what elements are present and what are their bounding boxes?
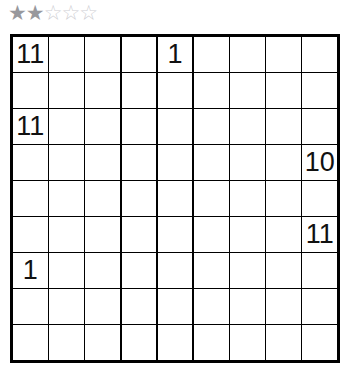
puzzle-page: ★★☆☆☆ 1111110111	[0, 0, 354, 378]
cell-r4c1[interactable]	[13, 145, 48, 180]
cell-r9c7[interactable]	[230, 325, 265, 360]
cell-r5c9[interactable]	[302, 181, 337, 216]
cell-r4c2[interactable]	[49, 145, 84, 180]
cell-r6c5[interactable]	[158, 217, 193, 252]
cell-r5c4[interactable]	[122, 181, 157, 216]
cell-r7c3[interactable]	[85, 253, 120, 288]
star-filled-icon: ★	[8, 3, 26, 24]
cell-r7c4[interactable]	[122, 253, 157, 288]
cell-r6c7[interactable]	[230, 217, 265, 252]
cell-r8c1[interactable]	[13, 289, 48, 324]
cell-r5c5[interactable]	[158, 181, 193, 216]
cell-r1c8[interactable]	[266, 37, 301, 72]
cell-r8c3[interactable]	[85, 289, 120, 324]
cell-r6c1[interactable]	[13, 217, 48, 252]
cell-r3c7[interactable]	[230, 109, 265, 144]
cell-r3c3[interactable]	[85, 109, 120, 144]
cell-r5c3[interactable]	[85, 181, 120, 216]
cell-r6c3[interactable]	[85, 217, 120, 252]
cell-r1c3[interactable]	[85, 37, 120, 72]
cell-r7c1[interactable]: 1	[13, 253, 48, 288]
star-empty-icon: ☆	[61, 3, 79, 24]
cell-r4c5[interactable]	[158, 145, 193, 180]
cell-r8c4[interactable]	[122, 289, 157, 324]
cell-r2c8[interactable]	[266, 73, 301, 108]
cell-r9c1[interactable]	[13, 325, 48, 360]
cell-r8c2[interactable]	[49, 289, 84, 324]
cell-r8c8[interactable]	[266, 289, 301, 324]
cell-r6c9[interactable]: 11	[302, 217, 337, 252]
cell-r2c1[interactable]	[13, 73, 48, 108]
cell-r6c2[interactable]	[49, 217, 84, 252]
cell-r7c6[interactable]	[194, 253, 229, 288]
cell-r2c5[interactable]	[158, 73, 193, 108]
cell-r1c4[interactable]	[122, 37, 157, 72]
cell-r5c1[interactable]	[13, 181, 48, 216]
cell-r3c2[interactable]	[49, 109, 84, 144]
cell-r4c6[interactable]	[194, 145, 229, 180]
cell-r8c5[interactable]	[158, 289, 193, 324]
cell-r9c4[interactable]	[122, 325, 157, 360]
cell-r8c6[interactable]	[194, 289, 229, 324]
cell-r4c9[interactable]: 10	[302, 145, 337, 180]
cell-r4c4[interactable]	[122, 145, 157, 180]
cell-r2c9[interactable]	[302, 73, 337, 108]
cell-r5c8[interactable]	[266, 181, 301, 216]
cell-r2c6[interactable]	[194, 73, 229, 108]
cell-r9c5[interactable]	[158, 325, 193, 360]
cell-r8c7[interactable]	[230, 289, 265, 324]
cell-r3c9[interactable]	[302, 109, 337, 144]
star-empty-icon: ☆	[44, 3, 62, 24]
cell-r1c5[interactable]: 1	[158, 37, 193, 72]
cell-r3c6[interactable]	[194, 109, 229, 144]
difficulty-stars: ★★☆☆☆	[8, 3, 97, 24]
cell-r6c8[interactable]	[266, 217, 301, 252]
cell-r3c1[interactable]: 11	[13, 109, 48, 144]
cell-r5c6[interactable]	[194, 181, 229, 216]
cell-r2c2[interactable]	[49, 73, 84, 108]
cell-r5c7[interactable]	[230, 181, 265, 216]
cell-r6c4[interactable]	[122, 217, 157, 252]
cell-r9c8[interactable]	[266, 325, 301, 360]
cell-r7c7[interactable]	[230, 253, 265, 288]
star-filled-icon: ★	[26, 3, 44, 24]
cell-r7c9[interactable]	[302, 253, 337, 288]
cell-r6c6[interactable]	[194, 217, 229, 252]
cell-r1c2[interactable]	[49, 37, 84, 72]
cell-r1c9[interactable]	[302, 37, 337, 72]
cell-r9c2[interactable]	[49, 325, 84, 360]
cell-r3c4[interactable]	[122, 109, 157, 144]
cell-r4c8[interactable]	[266, 145, 301, 180]
cell-r2c4[interactable]	[122, 73, 157, 108]
star-empty-icon: ☆	[79, 3, 97, 24]
cell-r9c6[interactable]	[194, 325, 229, 360]
cell-r3c8[interactable]	[266, 109, 301, 144]
cell-r5c2[interactable]	[49, 181, 84, 216]
cell-r8c9[interactable]	[302, 289, 337, 324]
cell-r1c6[interactable]	[194, 37, 229, 72]
cell-r1c1[interactable]: 11	[13, 37, 48, 72]
puzzle-board: 1111110111	[10, 34, 340, 363]
cell-r1c7[interactable]	[230, 37, 265, 72]
cell-r2c7[interactable]	[230, 73, 265, 108]
cell-r7c5[interactable]	[158, 253, 193, 288]
cell-r7c2[interactable]	[49, 253, 84, 288]
cell-r4c7[interactable]	[230, 145, 265, 180]
cell-r2c3[interactable]	[85, 73, 120, 108]
cell-r3c5[interactable]	[158, 109, 193, 144]
cell-r9c9[interactable]	[302, 325, 337, 360]
cell-r9c3[interactable]	[85, 325, 120, 360]
cell-r4c3[interactable]	[85, 145, 120, 180]
cell-r7c8[interactable]	[266, 253, 301, 288]
